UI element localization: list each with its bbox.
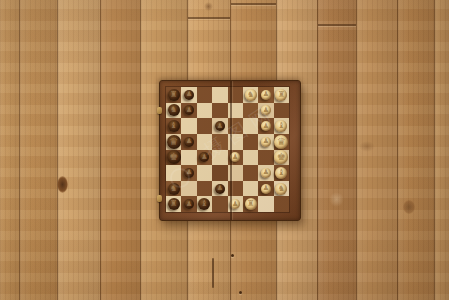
hinge-icon — [157, 195, 162, 202]
piece-black-pawn[interactable]: ♟ — [184, 168, 194, 178]
board-fold-seam — [230, 81, 232, 220]
square-b6 — [197, 103, 212, 119]
square-g1: ♞ — [274, 181, 289, 197]
piece-black-pawn[interactable]: ♟ — [184, 137, 194, 147]
square-e5 — [212, 150, 227, 166]
square-f3 — [243, 165, 258, 181]
square-b7: ♟ — [181, 103, 196, 119]
square-a2: ♟ — [258, 87, 273, 103]
square-e7 — [181, 150, 196, 166]
piece-white-pawn[interactable]: ♟ — [261, 137, 271, 147]
piece-white-pawn[interactable]: ♟ — [261, 184, 271, 194]
wood-plank — [397, 0, 434, 300]
square-c6 — [197, 118, 212, 134]
square-h8: ♜ — [166, 196, 181, 212]
board-grid: ♜♟♞♟♜♞♟♟♝♟♟♝♛♟♟♛♚♟♟♚♟♟♝♞♟♟♞♜♟♝♟♜ — [166, 87, 289, 212]
hinge-icon — [157, 107, 162, 114]
square-f2: ♟ — [258, 165, 273, 181]
square-d2: ♟ — [258, 134, 273, 150]
piece-white-queen[interactable]: ♛ — [274, 135, 288, 149]
square-c5: ♟ — [212, 118, 227, 134]
piece-black-pawn[interactable]: ♟ — [199, 152, 209, 162]
square-d5 — [212, 134, 227, 150]
square-c1: ♝ — [274, 118, 289, 134]
square-d8: ♛ — [166, 134, 181, 150]
piece-black-bishop[interactable]: ♝ — [168, 120, 180, 132]
square-d7: ♟ — [181, 134, 196, 150]
piece-black-pawn[interactable]: ♟ — [184, 105, 194, 115]
piece-white-bishop[interactable]: ♝ — [275, 120, 287, 132]
piece-white-pawn[interactable]: ♟ — [261, 121, 271, 131]
square-g6 — [197, 181, 212, 197]
square-a8: ♜ — [166, 87, 181, 103]
piece-black-rook[interactable]: ♜ — [168, 89, 180, 101]
piece-white-pawn[interactable]: ♟ — [261, 90, 271, 100]
piece-white-king[interactable]: ♚ — [274, 150, 288, 164]
square-g7 — [181, 181, 196, 197]
square-a1: ♜ — [274, 87, 289, 103]
piece-black-rook[interactable]: ♜ — [168, 198, 180, 210]
square-h1 — [274, 196, 289, 212]
square-b1 — [274, 103, 289, 119]
square-e2 — [258, 150, 273, 166]
square-g2: ♟ — [258, 181, 273, 197]
square-a7: ♟ — [181, 87, 196, 103]
wood-plank — [434, 0, 449, 300]
square-c3 — [243, 118, 258, 134]
square-a5 — [212, 87, 227, 103]
square-e3 — [243, 150, 258, 166]
piece-white-bishop[interactable]: ♝ — [275, 167, 287, 179]
square-d3 — [243, 134, 258, 150]
square-h5 — [212, 196, 227, 212]
wood-plank — [317, 0, 356, 300]
square-b3 — [243, 103, 258, 119]
piece-black-bishop[interactable]: ♝ — [198, 198, 210, 210]
wood-plank — [100, 0, 140, 300]
square-h7: ♟ — [181, 196, 196, 212]
piece-black-pawn[interactable]: ♟ — [215, 121, 225, 131]
piece-white-pawn[interactable]: ♟ — [261, 168, 271, 178]
square-h6: ♝ — [197, 196, 212, 212]
piece-black-knight[interactable]: ♞ — [168, 183, 180, 195]
square-f1: ♝ — [274, 165, 289, 181]
piece-white-rook[interactable]: ♜ — [275, 89, 287, 101]
chess-board: ♜♟♞♟♜♞♟♟♝♟♟♝♛♟♟♛♚♟♟♚♟♟♝♞♟♟♞♜♟♝♟♜ — [159, 80, 301, 221]
square-h3: ♜ — [243, 196, 258, 212]
square-c2: ♟ — [258, 118, 273, 134]
square-g8: ♞ — [166, 181, 181, 197]
piece-black-knight[interactable]: ♞ — [168, 104, 180, 116]
square-d1: ♛ — [274, 134, 289, 150]
wood-plank — [0, 0, 19, 300]
square-b5 — [212, 103, 227, 119]
square-b8: ♞ — [166, 103, 181, 119]
square-f7: ♟ — [181, 165, 196, 181]
piece-black-pawn[interactable]: ♟ — [184, 90, 194, 100]
square-a6 — [197, 87, 212, 103]
square-f8 — [166, 165, 181, 181]
square-e8: ♚ — [166, 150, 181, 166]
square-b2: ♟ — [258, 103, 273, 119]
piece-white-pawn[interactable]: ♟ — [261, 105, 271, 115]
square-f6 — [197, 165, 212, 181]
square-e6: ♟ — [197, 150, 212, 166]
square-g3 — [243, 181, 258, 197]
square-f5 — [212, 165, 227, 181]
square-c8: ♝ — [166, 118, 181, 134]
square-a3: ♞ — [243, 87, 258, 103]
square-c7 — [181, 118, 196, 134]
piece-white-knight[interactable]: ♞ — [275, 183, 287, 195]
square-e1: ♚ — [274, 150, 289, 166]
piece-black-pawn[interactable]: ♟ — [184, 199, 194, 209]
piece-black-king[interactable]: ♚ — [167, 150, 181, 164]
piece-white-rook[interactable]: ♜ — [245, 198, 257, 210]
wood-plank — [57, 0, 100, 300]
wood-plank — [19, 0, 57, 300]
square-d6 — [197, 134, 212, 150]
wood-plank — [356, 0, 397, 300]
piece-black-pawn[interactable]: ♟ — [215, 184, 225, 194]
square-h2 — [258, 196, 273, 212]
piece-black-queen[interactable]: ♛ — [167, 135, 181, 149]
square-g5: ♟ — [212, 181, 227, 197]
piece-white-knight[interactable]: ♞ — [245, 89, 257, 101]
